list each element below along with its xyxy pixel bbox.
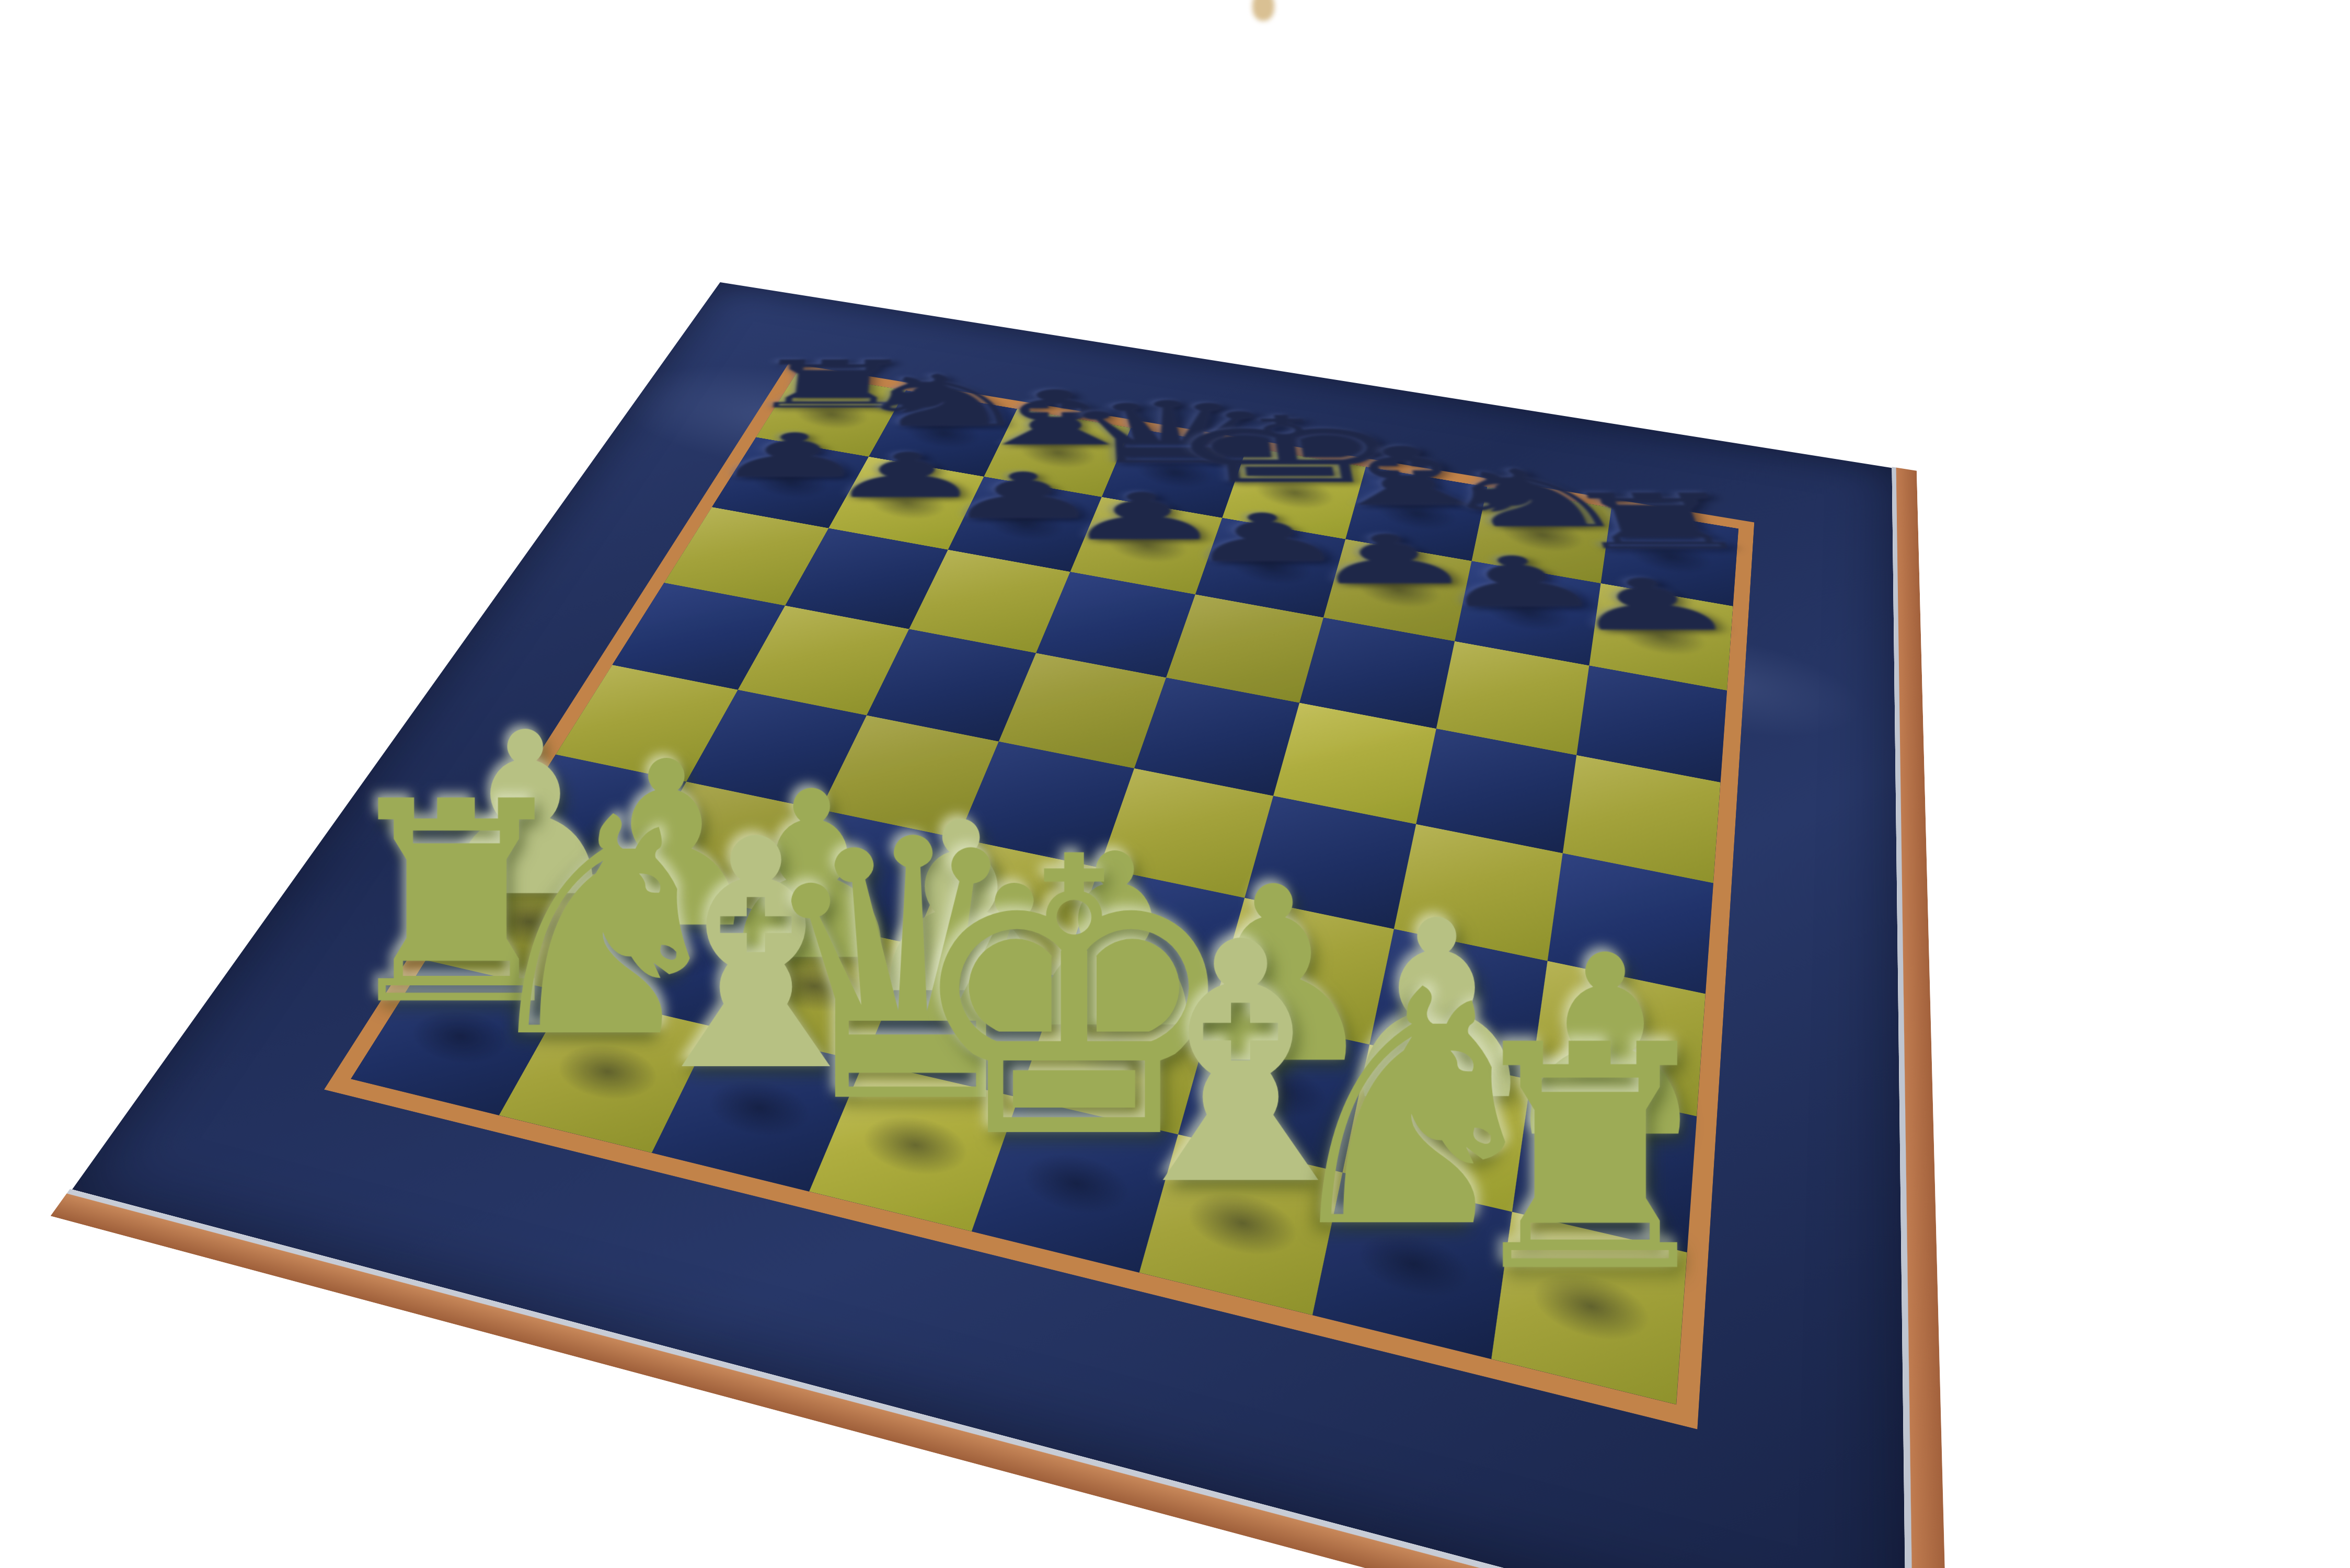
chess-board: ♜♞♝♛♚♝♞♜♟♟♟♟♟♟♟♟♟♟♟♟♟♟♟♟♜♞♝♛♚♝♞♜ bbox=[72, 282, 1906, 1568]
rook-glyph: ♜ bbox=[1392, 1005, 1788, 1315]
background-object-edge bbox=[1252, 0, 1274, 21]
photo-scene: ♜♞♝♛♚♝♞♜♟♟♟♟♟♟♟♟♟♟♟♟♟♟♟♟♜♞♝♛♚♝♞♜ bbox=[0, 0, 2350, 1568]
pieces-layer: ♜♞♝♛♚♝♞♜♟♟♟♟♟♟♟♟♟♟♟♟♟♟♟♟♜♞♝♛♚♝♞♜ bbox=[72, 282, 1906, 1568]
